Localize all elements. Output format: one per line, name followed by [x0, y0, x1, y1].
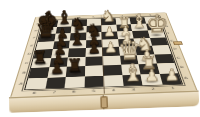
- piece-white-pawn[interactable]: ♟: [152, 67, 191, 83]
- wooden-frame: ♝♝♞♚♞♜♝♛♟♞♟♟♚♟♝♟♟♟♟♟♞♜♟♛♟♟♜♜♝♟♟ 87654321…: [10, 12, 198, 97]
- coordinate-label: 5: [84, 88, 104, 92]
- coordinate-label: 3: [123, 87, 143, 91]
- board-front-face: [9, 90, 199, 112]
- coordinate-label: 6: [64, 89, 84, 93]
- board-tilt-wrapper: ♝♝♞♚♞♜♝♛♟♞♟♟♚♟♝♟♟♟♟♟♞♜♟♛♟♟♜♜♝♟♟ 87654321…: [10, 12, 194, 96]
- chess-set-photo: ♝♝♞♚♞♜♝♛♟♞♟♟♚♟♝♟♟♟♟♟♞♜♟♛♟♟♜♜♝♟♟ 87654321…: [0, 0, 200, 117]
- coordinate-label: 2: [143, 86, 164, 90]
- coordinate-label: 7: [44, 90, 64, 94]
- square-a5[interactable]: [84, 76, 104, 88]
- square-a7[interactable]: [45, 77, 66, 89]
- hinge-pin: [100, 96, 108, 108]
- square-b7[interactable]: ♟: [47, 67, 67, 78]
- square-a8[interactable]: [25, 78, 47, 90]
- coordinate-label: 4: [104, 88, 124, 92]
- coordinate-label: D: [170, 45, 180, 54]
- square-a6[interactable]: [65, 76, 85, 88]
- coordinate-label: 1: [163, 86, 184, 90]
- piece-black-pawn[interactable]: ♟: [38, 60, 75, 76]
- coordinate-label: 8: [24, 90, 45, 94]
- coordinate-label: C: [173, 53, 184, 62]
- square-a1[interactable]: ♟: [159, 73, 182, 85]
